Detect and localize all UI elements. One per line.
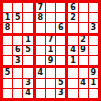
cell-r6c2[interactable]: 3	[13, 56, 22, 65]
cell-r6c4[interactable]	[36, 56, 45, 65]
cell-r1c4[interactable]: 7	[36, 3, 45, 12]
cell-r4c9[interactable]	[89, 36, 98, 45]
cell-r3c6[interactable]: 6	[56, 23, 65, 32]
cell-r8c7[interactable]	[68, 79, 77, 88]
cell-r3c3[interactable]	[23, 23, 32, 32]
cell-r4c2[interactable]	[13, 36, 22, 45]
cell-r1c8[interactable]	[79, 3, 88, 12]
cell-r6c8[interactable]	[79, 56, 88, 65]
cell-r7c4[interactable]: 4	[36, 68, 45, 77]
cell-r9c9[interactable]	[89, 89, 98, 98]
cell-r5c1[interactable]	[3, 46, 12, 55]
cell-r5c4[interactable]	[36, 46, 45, 55]
cell-r3c9[interactable]: 3	[89, 23, 98, 32]
cell-r9c1[interactable]	[3, 89, 12, 98]
cell-r1c3[interactable]	[23, 3, 32, 12]
cell-r8c3[interactable]: 3	[23, 79, 32, 88]
cell-r2c1[interactable]: 1	[3, 13, 12, 22]
cell-r7c6[interactable]	[56, 68, 65, 77]
cell-r7c1[interactable]: 5	[3, 68, 12, 77]
cell-r6c7[interactable]: 1	[68, 56, 77, 65]
box-0-2: 623	[68, 3, 98, 33]
cell-r8c4[interactable]	[36, 79, 45, 88]
cell-r3c1[interactable]: 8	[3, 23, 12, 32]
sudoku-board: 15878662316537192491534453941	[0, 0, 101, 101]
cell-r6c6[interactable]	[56, 56, 65, 65]
box-1-1: 719	[36, 36, 66, 66]
cell-r8c2[interactable]	[13, 79, 22, 88]
box-1-2: 2491	[68, 36, 98, 66]
cell-r3c7[interactable]	[68, 23, 77, 32]
cell-r5c7[interactable]: 4	[68, 46, 77, 55]
cell-r9c8[interactable]	[79, 89, 88, 98]
cell-r6c1[interactable]	[3, 56, 12, 65]
cell-r1c7[interactable]: 6	[68, 3, 77, 12]
cell-r3c5[interactable]	[46, 23, 55, 32]
cell-r6c9[interactable]	[89, 56, 98, 65]
cell-r5c8[interactable]: 9	[79, 46, 88, 55]
cell-r3c8[interactable]	[79, 23, 88, 32]
cell-r9c7[interactable]	[68, 89, 77, 98]
cell-r4c3[interactable]: 1	[23, 36, 32, 45]
cell-r4c5[interactable]: 7	[46, 36, 55, 45]
cell-r1c2[interactable]	[13, 3, 22, 12]
cell-r5c3[interactable]: 5	[23, 46, 32, 55]
box-0-0: 158	[3, 3, 33, 33]
cell-r4c6[interactable]	[56, 36, 65, 45]
box-2-1: 453	[36, 68, 66, 98]
cell-r8c1[interactable]	[3, 79, 12, 88]
cell-r7c2[interactable]	[13, 68, 22, 77]
cell-r7c8[interactable]	[79, 68, 88, 77]
box-2-0: 534	[3, 68, 33, 98]
cell-r4c1[interactable]	[3, 36, 12, 45]
cell-r9c2[interactable]	[13, 89, 22, 98]
cell-r9c5[interactable]	[46, 89, 55, 98]
cell-r6c3[interactable]	[23, 56, 32, 65]
cell-r7c9[interactable]: 9	[89, 68, 98, 77]
cell-r9c6[interactable]: 3	[56, 89, 65, 98]
cell-r3c2[interactable]	[13, 23, 22, 32]
cell-r9c3[interactable]: 4	[23, 89, 32, 98]
cell-r1c1[interactable]	[3, 3, 12, 12]
box-2-2: 941	[68, 68, 98, 98]
cell-r7c3[interactable]	[23, 68, 32, 77]
cell-r5c5[interactable]: 1	[46, 46, 55, 55]
cell-r2c7[interactable]: 2	[68, 13, 77, 22]
cell-r7c7[interactable]	[68, 68, 77, 77]
cell-r8c6[interactable]: 5	[56, 79, 65, 88]
cell-r5c2[interactable]: 6	[13, 46, 22, 55]
cell-r3c4[interactable]	[36, 23, 45, 32]
cell-r9c4[interactable]	[36, 89, 45, 98]
cell-r2c4[interactable]: 8	[36, 13, 45, 22]
cell-r2c8[interactable]	[79, 13, 88, 22]
cell-r4c7[interactable]	[68, 36, 77, 45]
cell-r2c3[interactable]	[23, 13, 32, 22]
cell-r7c5[interactable]	[46, 68, 55, 77]
cell-r2c9[interactable]	[89, 13, 98, 22]
cell-r4c8[interactable]: 2	[79, 36, 88, 45]
box-1-0: 1653	[3, 36, 33, 66]
cell-r5c9[interactable]	[89, 46, 98, 55]
cell-r2c6[interactable]	[56, 13, 65, 22]
cell-r6c5[interactable]: 9	[46, 56, 55, 65]
cell-r8c5[interactable]	[46, 79, 55, 88]
cell-r1c5[interactable]	[46, 3, 55, 12]
cell-r1c6[interactable]	[56, 3, 65, 12]
cell-r2c2[interactable]: 5	[13, 13, 22, 22]
cell-r4c4[interactable]	[36, 36, 45, 45]
cell-r5c6[interactable]	[56, 46, 65, 55]
cell-r1c9[interactable]	[89, 3, 98, 12]
cell-r2c5[interactable]	[46, 13, 55, 22]
cell-r8c8[interactable]: 4	[79, 79, 88, 88]
cell-r8c9[interactable]: 1	[89, 79, 98, 88]
box-0-1: 786	[36, 3, 66, 33]
